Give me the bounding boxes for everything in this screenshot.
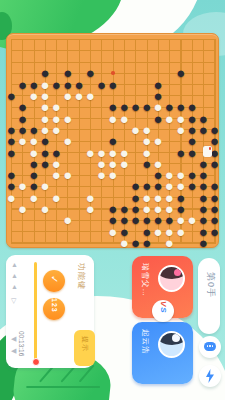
- black-stone-11-18: ●: [130, 237, 141, 248]
- empty-point-17-5[interactable]: [198, 90, 209, 101]
- empty-point-1-0[interactable]: [17, 34, 28, 45]
- empty-point-8-7[interactable]: [96, 113, 107, 124]
- white-stone-2-5: ●: [28, 90, 39, 101]
- black-stone-11-16: ●: [130, 214, 141, 225]
- player-blue-avatar: [158, 331, 185, 358]
- black-stone-17-18: ●: [198, 237, 209, 248]
- empty-point-18-4[interactable]: [209, 79, 220, 90]
- black-stone-18-17: ●: [209, 226, 220, 237]
- white-stone-1-13: ●: [17, 180, 28, 191]
- empty-point-16-14[interactable]: [186, 192, 197, 203]
- empty-point-10-8[interactable]: [119, 124, 130, 135]
- good-move-button[interactable]: ✓: [43, 270, 65, 292]
- empty-point-6-13[interactable]: [73, 180, 84, 191]
- hint-tab[interactable]: 提示: [74, 330, 95, 366]
- player-card-blue[interactable]: 起云浩: [132, 322, 193, 384]
- empty-point-17-2[interactable]: [198, 56, 209, 67]
- empty-point-2-18[interactable]: [28, 237, 39, 248]
- black-stone-1-4: ●: [17, 79, 28, 90]
- empty-point-12-3[interactable]: [141, 67, 152, 78]
- empty-point-18-18[interactable]: [209, 237, 220, 248]
- empty-point-1-10[interactable]: [17, 147, 28, 158]
- white-stone-4-14: ●: [51, 192, 62, 203]
- empty-point-6-1[interactable]: [73, 45, 84, 56]
- empty-point-0-0[interactable]: [6, 34, 17, 45]
- empty-point-6-10[interactable]: [73, 147, 84, 158]
- empty-point-8-13[interactable]: [96, 180, 107, 191]
- white-stone-7-5: ●: [85, 90, 96, 101]
- avatar-cap: [172, 334, 180, 342]
- empty-point-18-0[interactable]: [209, 34, 220, 45]
- empty-point-14-8[interactable]: [164, 124, 175, 135]
- move-counter-pill: 第0手: [198, 258, 220, 334]
- white-stone-5-9: ●: [62, 135, 73, 146]
- empty-point-6-8[interactable]: [73, 124, 84, 135]
- white-stone-14-18: ●: [164, 237, 175, 248]
- empty-point-0-15[interactable]: [6, 203, 17, 214]
- empty-point-14-1[interactable]: [164, 45, 175, 56]
- app-screen: ●●●●●●●●●●●●●●●●●●●●●●●●●●●●●●●●●●●●●●●●…: [0, 0, 225, 400]
- empty-point-2-1[interactable]: [28, 45, 39, 56]
- white-stone-10-11: ●: [119, 158, 130, 169]
- empty-point-4-0[interactable]: [51, 34, 62, 45]
- white-stone-5-16: ●: [62, 214, 73, 225]
- empty-point-14-4[interactable]: [164, 79, 175, 90]
- white-stone-13-9: ●: [152, 135, 163, 146]
- black-stone-13-7: ●: [152, 113, 163, 124]
- white-stone-9-12: ●: [107, 169, 118, 180]
- black-stone-12-18: ●: [141, 237, 152, 248]
- empty-point-11-0[interactable]: [130, 34, 141, 45]
- star-point-marker: [111, 71, 115, 75]
- empty-point-13-18[interactable]: [152, 237, 163, 248]
- empty-point-3-17[interactable]: [39, 226, 50, 237]
- empty-point-14-0[interactable]: [164, 34, 175, 45]
- empty-point-8-15[interactable]: [96, 203, 107, 214]
- black-stone-17-8: ●: [198, 124, 209, 135]
- empty-point-11-4[interactable]: [130, 79, 141, 90]
- white-stone-5-12: ●: [62, 169, 73, 180]
- empty-point-7-12[interactable]: [85, 169, 96, 180]
- empty-point-4-15[interactable]: [51, 203, 62, 214]
- empty-point-16-2[interactable]: [186, 56, 197, 67]
- empty-point-18-5[interactable]: [209, 90, 220, 101]
- empty-point-0-2[interactable]: [6, 56, 17, 67]
- empty-point-4-17[interactable]: [51, 226, 62, 237]
- empty-point-7-0[interactable]: [85, 34, 96, 45]
- black-stone-11-6: ●: [130, 101, 141, 112]
- empty-point-12-1[interactable]: [141, 45, 152, 56]
- timer-text: 00:13:16: [18, 331, 25, 356]
- player-red-avatar: [158, 265, 185, 292]
- black-stone-0-5: ●: [6, 90, 17, 101]
- empty-point-0-3[interactable]: [6, 67, 17, 78]
- empty-point-17-9[interactable]: [198, 135, 209, 146]
- black-stone-16-10: ●: [186, 147, 197, 158]
- player-blue-name: 起云浩: [140, 329, 150, 355]
- empty-point-14-9[interactable]: [164, 135, 175, 146]
- move-marker-badge: [203, 146, 212, 157]
- empty-point-0-17[interactable]: [6, 226, 17, 237]
- empty-point-5-17[interactable]: [62, 226, 73, 237]
- white-stone-9-7: ●: [107, 113, 118, 124]
- move-number-button[interactable]: 123: [43, 298, 65, 320]
- empty-point-1-2[interactable]: [17, 56, 28, 67]
- empty-point-13-1[interactable]: [152, 45, 163, 56]
- empty-point-17-3[interactable]: [198, 67, 209, 78]
- black-stone-15-10: ●: [175, 147, 186, 158]
- empty-point-1-1[interactable]: [17, 45, 28, 56]
- empty-point-6-14[interactable]: [73, 192, 84, 203]
- empty-point-18-6[interactable]: [209, 101, 220, 112]
- leaf-vein: [39, 366, 54, 382]
- empty-point-6-17[interactable]: [73, 226, 84, 237]
- black-stone-0-10: ●: [6, 147, 17, 158]
- empty-point-6-16[interactable]: [73, 214, 84, 225]
- empty-point-14-10[interactable]: [164, 147, 175, 158]
- empty-point-11-10[interactable]: [130, 147, 141, 158]
- white-stone-4-12: ●: [51, 169, 62, 180]
- empty-point-10-3[interactable]: [119, 67, 130, 78]
- empty-point-7-6[interactable]: [85, 101, 96, 112]
- empty-point-17-1[interactable]: [198, 45, 209, 56]
- empty-point-7-16[interactable]: [85, 214, 96, 225]
- empty-point-3-1[interactable]: [39, 45, 50, 56]
- empty-point-6-12[interactable]: [73, 169, 84, 180]
- empty-point-16-17[interactable]: [186, 226, 197, 237]
- empty-point-8-18[interactable]: [96, 237, 107, 248]
- empty-point-6-7[interactable]: [73, 113, 84, 124]
- white-stone-16-16: ●: [186, 214, 197, 225]
- empty-point-8-14[interactable]: [96, 192, 107, 203]
- white-stone-10-18: ●: [119, 237, 130, 248]
- vs-badge: VS: [152, 300, 174, 322]
- empty-point-13-0[interactable]: [152, 34, 163, 45]
- empty-point-3-16[interactable]: [39, 214, 50, 225]
- empty-point-8-6[interactable]: [96, 101, 107, 112]
- empty-point-10-0[interactable]: [119, 34, 130, 45]
- empty-point-13-2[interactable]: [152, 56, 163, 67]
- empty-point-18-2[interactable]: [209, 56, 220, 67]
- black-stone-7-3: ●: [85, 67, 96, 78]
- empty-point-6-6[interactable]: [73, 101, 84, 112]
- white-stone-0-14: ●: [6, 192, 17, 203]
- empty-point-2-2[interactable]: [28, 56, 39, 67]
- black-stone-16-13: ●: [186, 180, 197, 191]
- white-stone-8-12: ●: [96, 169, 107, 180]
- empty-point-8-5[interactable]: [96, 90, 107, 101]
- empty-point-10-1[interactable]: [119, 45, 130, 56]
- empty-point-3-18[interactable]: [39, 237, 50, 248]
- empty-point-7-1[interactable]: [85, 45, 96, 56]
- 123-label: 123: [43, 298, 65, 313]
- empty-point-9-2[interactable]: [107, 56, 118, 67]
- chat-icon: [204, 342, 216, 351]
- empty-point-4-18[interactable]: [51, 237, 62, 248]
- white-stone-3-15: ●: [39, 203, 50, 214]
- empty-point-5-13[interactable]: [62, 180, 73, 191]
- empty-point-11-1[interactable]: [130, 45, 141, 56]
- empty-point-0-16[interactable]: [6, 214, 17, 225]
- empty-point-6-0[interactable]: [73, 34, 84, 45]
- empty-point-1-11[interactable]: [17, 158, 28, 169]
- empty-point-11-11[interactable]: [130, 158, 141, 169]
- empty-point-5-0[interactable]: [62, 34, 73, 45]
- empty-point-11-2[interactable]: [130, 56, 141, 67]
- white-stone-7-10: ●: [85, 147, 96, 158]
- empty-point-5-14[interactable]: [62, 192, 73, 203]
- empty-point-2-15[interactable]: [28, 203, 39, 214]
- empty-point-8-0[interactable]: [96, 34, 107, 45]
- empty-point-16-1[interactable]: [186, 45, 197, 56]
- black-stone-8-4: ●: [96, 79, 107, 90]
- empty-point-3-0[interactable]: [39, 34, 50, 45]
- empty-point-16-0[interactable]: [186, 34, 197, 45]
- white-stone-5-5: ●: [62, 90, 73, 101]
- empty-point-12-2[interactable]: [141, 56, 152, 67]
- empty-point-10-2[interactable]: [119, 56, 130, 67]
- stepper-icon-back[interactable]: ◀: [11, 335, 16, 342]
- empty-point-8-1[interactable]: [96, 45, 107, 56]
- empty-point-10-4[interactable]: [119, 79, 130, 90]
- empty-point-8-17[interactable]: [96, 226, 107, 237]
- empty-point-0-1[interactable]: [6, 45, 17, 56]
- stepper-icon-up[interactable]: ▲: [11, 283, 18, 290]
- white-stone-7-15: ●: [85, 203, 96, 214]
- empty-point-8-8[interactable]: [96, 124, 107, 135]
- go-board[interactable]: ●●●●●●●●●●●●●●●●●●●●●●●●●●●●●●●●●●●●●●●●…: [6, 33, 219, 248]
- empty-point-18-1[interactable]: [209, 45, 220, 56]
- white-stone-1-15: ●: [17, 203, 28, 214]
- empty-point-11-9[interactable]: [130, 135, 141, 146]
- empty-point-4-2[interactable]: [51, 56, 62, 67]
- empty-point-6-18[interactable]: [73, 237, 84, 248]
- avatar-bow: [174, 269, 181, 276]
- empty-point-8-16[interactable]: [96, 214, 107, 225]
- function-panel: ▲ ▲ ▲ ▽ ◀ ◀ ✓ 123 功能键 00:13:16 提示: [6, 255, 94, 368]
- empty-point-10-12[interactable]: [119, 169, 130, 180]
- empty-point-9-1[interactable]: [107, 45, 118, 56]
- empty-point-10-13[interactable]: [119, 180, 130, 191]
- stepper-icon-up[interactable]: ▲: [11, 261, 18, 268]
- leaf-vein: [26, 386, 100, 388]
- empty-point-6-2[interactable]: [73, 56, 84, 67]
- progress-thumb[interactable]: [32, 358, 40, 366]
- empty-point-17-0[interactable]: [198, 34, 209, 45]
- empty-point-7-8[interactable]: [85, 124, 96, 135]
- stepper-icon-back[interactable]: ◀: [11, 347, 16, 354]
- empty-point-9-13[interactable]: [107, 180, 118, 191]
- lightning-icon: [206, 369, 214, 383]
- empty-point-12-4[interactable]: [141, 79, 152, 90]
- empty-point-1-18[interactable]: [17, 237, 28, 248]
- empty-point-8-2[interactable]: [96, 56, 107, 67]
- black-stone-3-11: ●: [39, 158, 50, 169]
- empty-point-5-10[interactable]: [62, 147, 73, 158]
- white-stone-9-17: ●: [107, 226, 118, 237]
- empty-point-0-18[interactable]: [6, 237, 17, 248]
- empty-point-7-7[interactable]: [85, 113, 96, 124]
- empty-point-2-17[interactable]: [28, 226, 39, 237]
- empty-point-1-16[interactable]: [17, 214, 28, 225]
- empty-point-5-1[interactable]: [62, 45, 73, 56]
- chat-button[interactable]: [199, 336, 221, 358]
- empty-point-4-1[interactable]: [51, 45, 62, 56]
- empty-point-16-4[interactable]: [186, 79, 197, 90]
- empty-point-6-11[interactable]: [73, 158, 84, 169]
- black-stone-12-6: ●: [141, 101, 152, 112]
- move-counter-text: 第0手: [204, 272, 217, 298]
- flash-button[interactable]: [199, 365, 221, 387]
- white-stone-14-7: ●: [164, 113, 175, 124]
- empty-point-15-4[interactable]: [175, 79, 186, 90]
- empty-point-4-16[interactable]: [51, 214, 62, 225]
- empty-point-16-3[interactable]: [186, 67, 197, 78]
- stepper-icon-down[interactable]: ▽: [11, 297, 16, 304]
- empty-point-18-3[interactable]: [209, 67, 220, 78]
- black-stone-9-4: ●: [107, 79, 118, 90]
- empty-point-2-16[interactable]: [28, 214, 39, 225]
- white-stone-2-14: ●: [28, 192, 39, 203]
- function-keys-label: 功能键: [76, 263, 87, 290]
- empty-point-14-3[interactable]: [164, 67, 175, 78]
- black-stone-15-3: ●: [175, 67, 186, 78]
- progress-track[interactable]: [34, 262, 37, 362]
- white-stone-13-17: ●: [152, 226, 163, 237]
- empty-point-7-11[interactable]: [85, 158, 96, 169]
- empty-point-7-17[interactable]: [85, 226, 96, 237]
- empty-point-17-4[interactable]: [198, 79, 209, 90]
- player-red-name: 瑞雪父…: [140, 263, 150, 297]
- empty-point-1-17[interactable]: [17, 226, 28, 237]
- white-stone-4-8: ●: [51, 124, 62, 135]
- white-stone-5-7: ●: [62, 113, 73, 124]
- stepper-icon-up[interactable]: ▲: [11, 272, 18, 279]
- check-icon: ✓: [43, 275, 65, 284]
- white-stone-15-8: ●: [175, 124, 186, 135]
- white-stone-6-5: ●: [73, 90, 84, 101]
- white-stone-11-8: ●: [130, 124, 141, 135]
- stones-layer: ●●●●●●●●●●●●●●●●●●●●●●●●●●●●●●●●●●●●●●●●…: [6, 34, 221, 249]
- empty-point-6-15[interactable]: [73, 203, 84, 214]
- empty-point-12-0[interactable]: [141, 34, 152, 45]
- white-stone-15-17: ●: [175, 226, 186, 237]
- black-stone-18-11: ●: [209, 158, 220, 169]
- empty-point-5-18[interactable]: [62, 237, 73, 248]
- empty-point-2-6[interactable]: [28, 101, 39, 112]
- white-stone-1-9: ●: [17, 135, 28, 146]
- empty-point-16-18[interactable]: [186, 237, 197, 248]
- empty-point-6-9[interactable]: [73, 135, 84, 146]
- vs-letter-s: S: [159, 308, 168, 314]
- empty-point-11-3[interactable]: [130, 67, 141, 78]
- empty-point-15-0[interactable]: [175, 34, 186, 45]
- hint-tab-label: 提示: [80, 336, 90, 352]
- empty-point-15-18[interactable]: [175, 237, 186, 248]
- empty-point-2-0[interactable]: [28, 34, 39, 45]
- empty-point-9-0[interactable]: [107, 34, 118, 45]
- black-stone-4-4: ●: [51, 79, 62, 90]
- empty-point-9-18[interactable]: [107, 237, 118, 248]
- empty-point-14-2[interactable]: [164, 56, 175, 67]
- white-stone-10-7: ●: [119, 113, 130, 124]
- empty-point-7-18[interactable]: [85, 237, 96, 248]
- black-stone-12-11: ●: [141, 158, 152, 169]
- empty-point-15-1[interactable]: [175, 45, 186, 56]
- empty-point-0-6[interactable]: [6, 101, 17, 112]
- white-stone-3-13: ●: [39, 180, 50, 191]
